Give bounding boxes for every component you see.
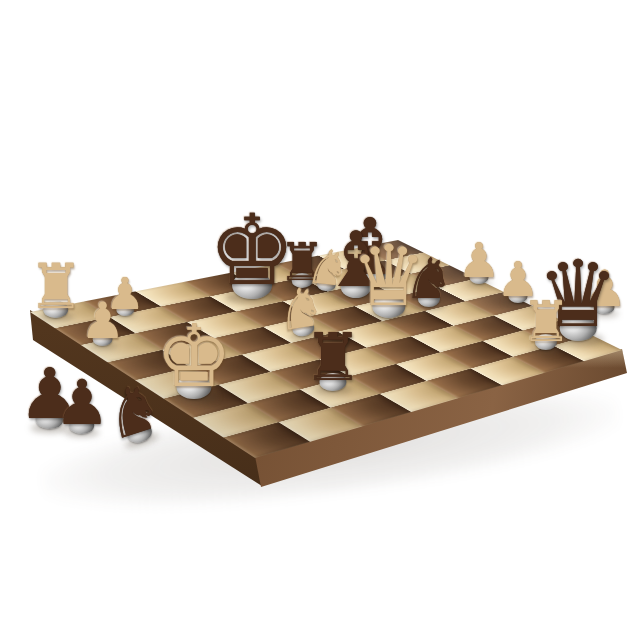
piece-contact-shadow (31, 423, 70, 433)
pawn-glyph: ♟ (583, 264, 628, 314)
product-photo-scene: ♟♝♜♞♝♚♟♞♟♟♜♛♞♛♟♜♜♚♟♟♞ (0, 0, 640, 640)
white-pawn-offboard[interactable]: ♟ (583, 264, 628, 314)
chrome-ball-base (595, 300, 615, 314)
chrome-ball-base (36, 409, 64, 429)
piece-contact-shadow (591, 310, 619, 317)
black-pawn-offboard[interactable]: ♟ (19, 359, 82, 429)
pawn-glyph: ♟ (19, 359, 82, 429)
